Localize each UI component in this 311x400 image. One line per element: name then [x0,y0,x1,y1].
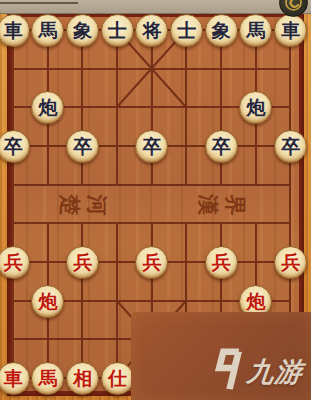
piece-red-soldier-a4[interactable]: 兵 [0,246,30,279]
piece-black-elephant-g10[interactable]: 象 [205,14,238,47]
xiangqi-app-screen: 楚河 漢界 車馬象士将士象馬車炮炮卒卒卒卒卒兵兵兵兵兵炮炮車馬相仕帥仕相馬車 九… [0,0,311,400]
piece-black-advisor-f10[interactable]: 士 [170,14,203,47]
jiuyou-logo-text: 九游 [245,354,305,390]
piece-black-cannon-h8[interactable]: 炮 [239,91,272,124]
top-bar-accent-line [0,2,78,4]
piece-red-advisor-d1[interactable]: 仕 [101,362,134,395]
jiuyou-9-icon [211,346,243,390]
piece-black-cannon-b8[interactable]: 炮 [31,91,64,124]
piece-black-soldier-i7[interactable]: 卒 [274,130,307,163]
piece-red-cannon-b3[interactable]: 炮 [31,285,64,318]
piece-black-soldier-e7[interactable]: 卒 [135,130,168,163]
piece-red-soldier-g4[interactable]: 兵 [205,246,238,279]
piece-red-chariot-a1[interactable]: 車 [0,362,30,395]
piece-black-soldier-c7[interactable]: 卒 [66,130,99,163]
piece-red-soldier-c4[interactable]: 兵 [66,246,99,279]
piece-red-elephant-c1[interactable]: 相 [66,362,99,395]
piece-black-horse-b10[interactable]: 馬 [31,14,64,47]
watermark-overlay: 九游 [131,312,311,400]
piece-red-soldier-i4[interactable]: 兵 [274,246,307,279]
piece-red-horse-b1[interactable]: 馬 [31,362,64,395]
piece-black-soldier-g7[interactable]: 卒 [205,130,238,163]
piece-black-elephant-c10[interactable]: 象 [66,14,99,47]
piece-black-chariot-a10[interactable]: 車 [0,14,30,47]
piece-black-general-e10[interactable]: 将 [135,14,168,47]
piece-black-advisor-d10[interactable]: 士 [101,14,134,47]
piece-black-chariot-i10[interactable]: 車 [274,14,307,47]
piece-black-soldier-a7[interactable]: 卒 [0,130,30,163]
piece-red-soldier-e4[interactable]: 兵 [135,246,168,279]
piece-black-horse-h10[interactable]: 馬 [239,14,272,47]
gold-emblem-icon [284,0,303,12]
jiuyou-logo: 九游 [211,346,303,390]
top-bar [0,0,311,14]
